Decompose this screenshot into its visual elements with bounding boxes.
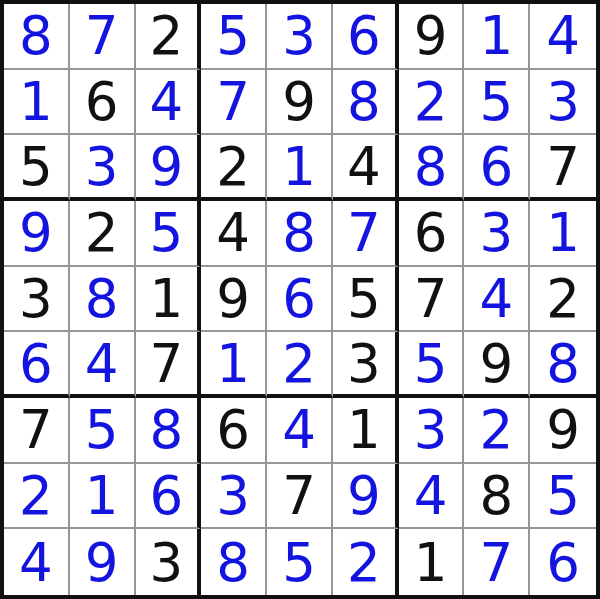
cell-r7c3[interactable]: 8 — [136, 398, 202, 464]
cell-r9c6[interactable]: 2 — [333, 529, 399, 595]
cell-r2c4[interactable]: 7 — [201, 70, 267, 136]
cell-r1c3[interactable]: 2 — [136, 4, 202, 70]
cell-r8c2[interactable]: 1 — [70, 464, 136, 530]
cell-r7c4[interactable]: 6 — [201, 398, 267, 464]
cell-r4c8[interactable]: 3 — [464, 201, 530, 267]
cell-r1c9[interactable]: 4 — [530, 4, 596, 70]
cell-r6c8[interactable]: 9 — [464, 332, 530, 398]
cell-r8c3[interactable]: 6 — [136, 464, 202, 530]
cell-r3c8[interactable]: 6 — [464, 135, 530, 201]
cell-r6c4[interactable]: 1 — [201, 332, 267, 398]
cell-r4c4[interactable]: 4 — [201, 201, 267, 267]
cell-r2c7[interactable]: 2 — [399, 70, 465, 136]
cell-r4c6[interactable]: 7 — [333, 201, 399, 267]
cell-r6c5[interactable]: 2 — [267, 332, 333, 398]
cell-r8c6[interactable]: 9 — [333, 464, 399, 530]
cell-r6c2[interactable]: 4 — [70, 332, 136, 398]
cell-r9c3[interactable]: 3 — [136, 529, 202, 595]
cell-r2c8[interactable]: 5 — [464, 70, 530, 136]
cell-r5c8[interactable]: 4 — [464, 267, 530, 333]
cell-r4c2[interactable]: 2 — [70, 201, 136, 267]
cell-r7c5[interactable]: 4 — [267, 398, 333, 464]
cell-r5c7[interactable]: 7 — [399, 267, 465, 333]
cell-r2c1[interactable]: 1 — [4, 70, 70, 136]
cell-r6c7[interactable]: 5 — [399, 332, 465, 398]
cell-r9c5[interactable]: 5 — [267, 529, 333, 595]
cell-r8c4[interactable]: 3 — [201, 464, 267, 530]
cell-r8c1[interactable]: 2 — [4, 464, 70, 530]
cell-r7c6[interactable]: 1 — [333, 398, 399, 464]
cell-r4c3[interactable]: 5 — [136, 201, 202, 267]
cell-r1c5[interactable]: 3 — [267, 4, 333, 70]
cell-r9c9[interactable]: 6 — [530, 529, 596, 595]
cell-r1c4[interactable]: 5 — [201, 4, 267, 70]
cell-r2c9[interactable]: 3 — [530, 70, 596, 136]
cell-r1c1[interactable]: 8 — [4, 4, 70, 70]
cell-r1c7[interactable]: 9 — [399, 4, 465, 70]
cell-r5c2[interactable]: 8 — [70, 267, 136, 333]
cell-r7c1[interactable]: 7 — [4, 398, 70, 464]
cell-r8c9[interactable]: 5 — [530, 464, 596, 530]
cell-r9c7[interactable]: 1 — [399, 529, 465, 595]
cell-r6c6[interactable]: 3 — [333, 332, 399, 398]
cell-r3c9[interactable]: 7 — [530, 135, 596, 201]
cell-r2c3[interactable]: 4 — [136, 70, 202, 136]
cell-r7c2[interactable]: 5 — [70, 398, 136, 464]
cell-r8c5[interactable]: 7 — [267, 464, 333, 530]
cell-r4c1[interactable]: 9 — [4, 201, 70, 267]
cell-r3c4[interactable]: 2 — [201, 135, 267, 201]
cell-r4c7[interactable]: 6 — [399, 201, 465, 267]
cell-r1c2[interactable]: 7 — [70, 4, 136, 70]
cell-r3c1[interactable]: 5 — [4, 135, 70, 201]
cell-r9c8[interactable]: 7 — [464, 529, 530, 595]
cell-r2c6[interactable]: 8 — [333, 70, 399, 136]
cell-r1c6[interactable]: 6 — [333, 4, 399, 70]
cell-r9c2[interactable]: 9 — [70, 529, 136, 595]
cell-r7c9[interactable]: 9 — [530, 398, 596, 464]
cell-r5c3[interactable]: 1 — [136, 267, 202, 333]
cell-r3c5[interactable]: 1 — [267, 135, 333, 201]
cell-r6c1[interactable]: 6 — [4, 332, 70, 398]
cell-r3c7[interactable]: 8 — [399, 135, 465, 201]
cell-r8c7[interactable]: 4 — [399, 464, 465, 530]
sudoku-app: 8725369141647982535392148679254876313819… — [0, 0, 600, 599]
cell-r3c6[interactable]: 4 — [333, 135, 399, 201]
cell-r3c3[interactable]: 9 — [136, 135, 202, 201]
cell-r3c2[interactable]: 3 — [70, 135, 136, 201]
cell-r6c3[interactable]: 7 — [136, 332, 202, 398]
cell-r5c9[interactable]: 2 — [530, 267, 596, 333]
cell-r7c7[interactable]: 3 — [399, 398, 465, 464]
cell-r8c8[interactable]: 8 — [464, 464, 530, 530]
cell-r5c5[interactable]: 6 — [267, 267, 333, 333]
cell-r2c5[interactable]: 9 — [267, 70, 333, 136]
cell-r5c4[interactable]: 9 — [201, 267, 267, 333]
cell-r9c1[interactable]: 4 — [4, 529, 70, 595]
cell-r5c6[interactable]: 5 — [333, 267, 399, 333]
cell-r2c2[interactable]: 6 — [70, 70, 136, 136]
cell-r7c8[interactable]: 2 — [464, 398, 530, 464]
cell-r5c1[interactable]: 3 — [4, 267, 70, 333]
cell-r4c5[interactable]: 8 — [267, 201, 333, 267]
sudoku-board: 8725369141647982535392148679254876313819… — [0, 0, 600, 599]
cell-r4c9[interactable]: 1 — [530, 201, 596, 267]
cell-r1c8[interactable]: 1 — [464, 4, 530, 70]
cell-r9c4[interactable]: 8 — [201, 529, 267, 595]
cell-r6c9[interactable]: 8 — [530, 332, 596, 398]
